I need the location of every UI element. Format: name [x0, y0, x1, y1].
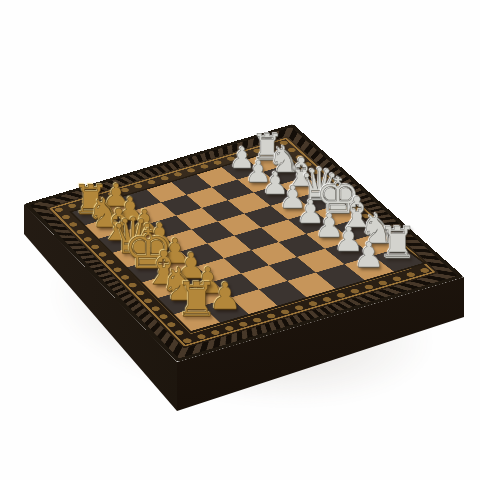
pieces-layer: ♜♞♝♛♚♝♞♜♟♟♟♟♟♟♟♟♟♟♟♟♟♟♟♟♜♞♝♛♚♝♞♜	[0, 0, 480, 480]
piece-white-pawn[interactable]: ♟	[353, 238, 384, 273]
piece-black-rook[interactable]: ♜	[175, 276, 218, 324]
chess-set-photo: ♜♞♝♛♚♝♞♜♟♟♟♟♟♟♟♟♟♟♟♟♟♟♟♟♜♞♝♛♚♝♞♜	[0, 0, 480, 480]
